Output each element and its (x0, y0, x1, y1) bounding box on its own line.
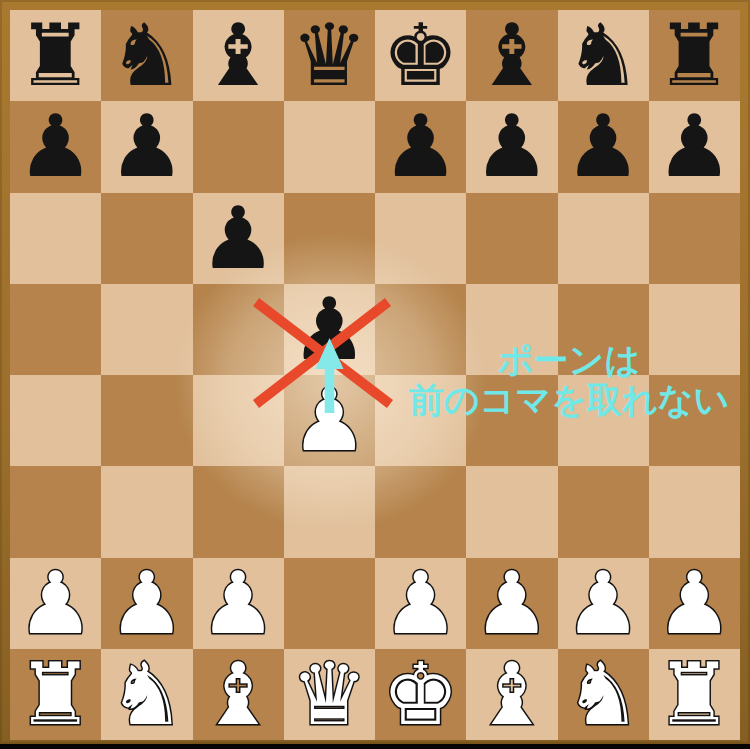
square-f2[interactable]: ♟ (466, 558, 557, 649)
square-c5[interactable] (193, 284, 284, 375)
piece-white-king[interactable]: ♚ (382, 649, 459, 740)
square-d3[interactable] (284, 466, 375, 557)
square-b5[interactable] (101, 284, 192, 375)
piece-black-rook[interactable]: ♜ (656, 10, 733, 101)
square-c7[interactable] (193, 101, 284, 192)
square-f1[interactable]: ♝ (466, 649, 557, 740)
square-h5[interactable] (649, 284, 740, 375)
square-f5[interactable] (466, 284, 557, 375)
square-h6[interactable] (649, 193, 740, 284)
square-a3[interactable] (10, 466, 101, 557)
square-f7[interactable]: ♟ (466, 101, 557, 192)
piece-white-bishop[interactable]: ♝ (473, 649, 550, 740)
piece-black-king[interactable]: ♚ (382, 10, 459, 101)
piece-black-rook[interactable]: ♜ (17, 10, 94, 101)
square-b7[interactable]: ♟ (101, 101, 192, 192)
square-e3[interactable] (375, 466, 466, 557)
square-a4[interactable] (10, 375, 101, 466)
square-f4[interactable] (466, 375, 557, 466)
square-a7[interactable]: ♟ (10, 101, 101, 192)
square-b2[interactable]: ♟ (101, 558, 192, 649)
piece-black-knight[interactable]: ♞ (565, 10, 642, 101)
square-a1[interactable]: ♜ (10, 649, 101, 740)
square-f3[interactable] (466, 466, 557, 557)
square-c1[interactable]: ♝ (193, 649, 284, 740)
piece-black-queen[interactable]: ♛ (291, 10, 368, 101)
square-g6[interactable] (558, 193, 649, 284)
piece-white-rook[interactable]: ♜ (656, 649, 733, 740)
chess-tutorial-screenshot: ♜♞♝♛♚♝♞♜♟♟♟♟♟♟♟♟♟♟♟♟♟♟♟♟♜♞♝♛♚♝♞♜ ポーンは 前の… (0, 0, 750, 749)
square-f6[interactable] (466, 193, 557, 284)
square-e4[interactable] (375, 375, 466, 466)
square-d4[interactable]: ♟ (284, 375, 375, 466)
square-e8[interactable]: ♚ (375, 10, 466, 101)
piece-white-pawn[interactable]: ♟ (200, 558, 277, 649)
square-g4[interactable] (558, 375, 649, 466)
square-a8[interactable]: ♜ (10, 10, 101, 101)
square-b4[interactable] (101, 375, 192, 466)
square-d5[interactable]: ♟ (284, 284, 375, 375)
square-e5[interactable] (375, 284, 466, 375)
piece-black-pawn[interactable]: ♟ (473, 101, 550, 192)
square-a6[interactable] (10, 193, 101, 284)
piece-white-knight[interactable]: ♞ (108, 649, 185, 740)
square-h8[interactable]: ♜ (649, 10, 740, 101)
square-h2[interactable]: ♟ (649, 558, 740, 649)
square-d8[interactable]: ♛ (284, 10, 375, 101)
square-g3[interactable] (558, 466, 649, 557)
piece-white-pawn[interactable]: ♟ (565, 558, 642, 649)
piece-white-rook[interactable]: ♜ (17, 649, 94, 740)
piece-white-pawn[interactable]: ♟ (382, 558, 459, 649)
square-e7[interactable]: ♟ (375, 101, 466, 192)
square-f8[interactable]: ♝ (466, 10, 557, 101)
square-e1[interactable]: ♚ (375, 649, 466, 740)
square-d6[interactable] (284, 193, 375, 284)
square-c2[interactable]: ♟ (193, 558, 284, 649)
piece-black-bishop[interactable]: ♝ (200, 10, 277, 101)
piece-black-pawn[interactable]: ♟ (291, 284, 368, 375)
square-c6[interactable]: ♟ (193, 193, 284, 284)
piece-black-pawn[interactable]: ♟ (382, 101, 459, 192)
piece-black-knight[interactable]: ♞ (108, 10, 185, 101)
square-a2[interactable]: ♟ (10, 558, 101, 649)
piece-white-queen[interactable]: ♛ (291, 649, 368, 740)
square-g1[interactable]: ♞ (558, 649, 649, 740)
piece-black-pawn[interactable]: ♟ (565, 101, 642, 192)
square-g7[interactable]: ♟ (558, 101, 649, 192)
square-a5[interactable] (10, 284, 101, 375)
square-h7[interactable]: ♟ (649, 101, 740, 192)
square-e6[interactable] (375, 193, 466, 284)
piece-black-bishop[interactable]: ♝ (473, 10, 550, 101)
piece-black-pawn[interactable]: ♟ (656, 101, 733, 192)
square-b6[interactable] (101, 193, 192, 284)
piece-black-pawn[interactable]: ♟ (200, 193, 277, 284)
square-d7[interactable] (284, 101, 375, 192)
square-d2[interactable] (284, 558, 375, 649)
square-b8[interactable]: ♞ (101, 10, 192, 101)
chess-board: ♜♞♝♛♚♝♞♜♟♟♟♟♟♟♟♟♟♟♟♟♟♟♟♟♜♞♝♛♚♝♞♜ (10, 10, 740, 740)
square-b1[interactable]: ♞ (101, 649, 192, 740)
piece-white-pawn[interactable]: ♟ (17, 558, 94, 649)
piece-black-pawn[interactable]: ♟ (108, 101, 185, 192)
square-c8[interactable]: ♝ (193, 10, 284, 101)
square-d1[interactable]: ♛ (284, 649, 375, 740)
piece-black-pawn[interactable]: ♟ (17, 101, 94, 192)
square-g2[interactable]: ♟ (558, 558, 649, 649)
piece-white-pawn[interactable]: ♟ (656, 558, 733, 649)
piece-white-knight[interactable]: ♞ (565, 649, 642, 740)
square-b3[interactable] (101, 466, 192, 557)
chess-board-frame: ♜♞♝♛♚♝♞♜♟♟♟♟♟♟♟♟♟♟♟♟♟♟♟♟♜♞♝♛♚♝♞♜ (0, 0, 750, 744)
square-g5[interactable] (558, 284, 649, 375)
square-e2[interactable]: ♟ (375, 558, 466, 649)
square-c3[interactable] (193, 466, 284, 557)
square-h1[interactable]: ♜ (649, 649, 740, 740)
piece-white-pawn[interactable]: ♟ (291, 375, 368, 466)
piece-white-pawn[interactable]: ♟ (473, 558, 550, 649)
square-h4[interactable] (649, 375, 740, 466)
square-h3[interactable] (649, 466, 740, 557)
square-c4[interactable] (193, 375, 284, 466)
piece-white-pawn[interactable]: ♟ (108, 558, 185, 649)
square-g8[interactable]: ♞ (558, 10, 649, 101)
piece-white-bishop[interactable]: ♝ (200, 649, 277, 740)
